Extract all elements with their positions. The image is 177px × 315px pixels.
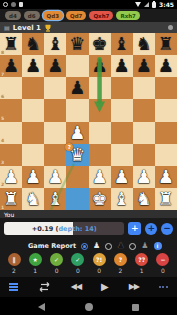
zoom-in-button[interactable]: + <box>145 223 157 235</box>
square-f5[interactable] <box>111 99 133 121</box>
white-bishop[interactable]: ♝ <box>114 190 130 208</box>
gray-pawn-icon: ♟ <box>141 242 148 250</box>
black-pawn[interactable]: ♟ <box>136 57 152 75</box>
square-g3[interactable] <box>133 144 155 166</box>
badge-good: ✓0 <box>49 253 65 274</box>
white-king[interactable]: ♚ <box>91 190 107 208</box>
square-c4[interactable] <box>44 122 66 144</box>
player-name: You <box>4 211 14 218</box>
chess-board: ♜8♞♝♛♚♝♞♜♟7♟♟♟♟♟♟6♟54♟3♛?♟2♟♟♟♟♟♟♜1♞♝♚♝♞… <box>0 33 177 210</box>
white-knight[interactable]: ♞ <box>136 190 152 208</box>
square-d2[interactable] <box>66 166 88 188</box>
badge-blunder: ??1 <box>134 253 150 274</box>
square-d4[interactable]: ♟ <box>66 122 88 144</box>
black-knight[interactable]: ♞ <box>25 35 41 53</box>
square-g8[interactable]: ♞ <box>133 33 155 55</box>
square-b8[interactable]: ♞ <box>22 33 44 55</box>
inaccuracy-count: 0 <box>97 267 101 274</box>
square-b1[interactable]: ♞ <box>22 188 44 210</box>
square-e1[interactable]: ♚ <box>89 188 111 210</box>
square-c6[interactable] <box>44 77 66 99</box>
square-b2[interactable]: ♟ <box>22 166 44 188</box>
black-pawn[interactable]: ♟ <box>47 57 63 75</box>
status-bar: 3:45 <box>0 0 177 9</box>
square-c3[interactable] <box>44 144 66 166</box>
white-pawn[interactable]: ♟ <box>3 168 19 186</box>
square-d1[interactable] <box>66 188 88 210</box>
rank-label: 1 <box>1 205 4 210</box>
square-c7[interactable]: ♟ <box>44 55 66 77</box>
notification-icon-2 <box>11 2 16 7</box>
quality-badges: ∥2★1✓0✓0?!0?2??1−0 <box>0 251 177 274</box>
square-h5[interactable] <box>155 99 177 121</box>
forward-icon[interactable]: ▶▶ <box>129 283 139 291</box>
black-queen[interactable]: ♛ <box>69 35 85 53</box>
white-pawn[interactable]: ♟ <box>114 168 130 186</box>
square-a1[interactable]: ♜1 <box>0 188 22 210</box>
battery-icon <box>152 2 156 8</box>
rewind-icon[interactable]: ◀◀ <box>71 283 81 291</box>
white-pawn[interactable]: ♟ <box>69 124 85 142</box>
square-e2[interactable]: ♟ <box>89 166 111 188</box>
black-king[interactable]: ♚ <box>91 35 107 53</box>
square-d7[interactable] <box>66 55 88 77</box>
blunder-count: 1 <box>140 267 144 274</box>
move-chip-Qd7[interactable]: Qd7 <box>66 11 86 20</box>
square-b7[interactable]: ♟ <box>22 55 44 77</box>
square-a3[interactable]: 3 <box>0 144 22 166</box>
move-chip-Qd3[interactable]: Qd3 <box>43 11 63 20</box>
white-rook[interactable]: ♜ <box>3 190 19 208</box>
player-bar: You <box>0 210 177 218</box>
square-a6[interactable]: 6 <box>0 77 22 99</box>
square-c8[interactable]: ♝ <box>44 33 66 55</box>
square-f2[interactable]: ♟ <box>111 166 133 188</box>
white-knight[interactable]: ♞ <box>25 190 41 208</box>
rank-label: 8 <box>1 50 4 55</box>
square-h4[interactable] <box>155 122 177 144</box>
square-h7[interactable]: ♟ <box>155 55 177 77</box>
square-e4[interactable] <box>89 122 111 144</box>
app-window: 3:45 d4d6Qd3Qd7Qxh7Rxh7 ▤ Level 1 ♜8♞♝♛♚… <box>0 0 177 315</box>
white-pawn[interactable]: ♟ <box>25 168 41 186</box>
black-rook[interactable]: ♜ <box>3 35 19 53</box>
play-icon[interactable]: ▶ <box>101 283 109 291</box>
square-b3[interactable] <box>22 144 44 166</box>
square-f7[interactable]: ♟ <box>111 55 133 77</box>
square-e5[interactable] <box>89 99 111 121</box>
square-c1[interactable]: ♝ <box>44 188 66 210</box>
black-pawn[interactable]: ♟ <box>69 79 85 97</box>
square-d6[interactable]: ♟ <box>66 77 88 99</box>
level-bar: ▤ Level 1 <box>0 22 177 33</box>
square-b6[interactable] <box>22 77 44 99</box>
home-icon[interactable] <box>85 303 93 311</box>
white-pawn[interactable]: ♟ <box>91 168 107 186</box>
good-icon: ✓ <box>50 253 63 266</box>
white-pawn-icon: ♟ <box>93 242 100 250</box>
black-pawn[interactable]: ♟ <box>25 57 41 75</box>
move-chip-Rxh7[interactable]: Rxh7 <box>116 11 140 20</box>
rank-label: 2 <box>1 182 4 187</box>
white-rook[interactable]: ♜ <box>158 190 174 208</box>
recents-icon[interactable] <box>132 304 139 311</box>
clock: 3:45 <box>159 1 174 8</box>
badge-book: ∥2 <box>6 253 22 274</box>
square-f4[interactable] <box>111 122 133 144</box>
square-a5[interactable]: 5 <box>0 99 22 121</box>
best-count: 0 <box>76 267 80 274</box>
filter-radio-both[interactable] <box>129 243 136 250</box>
badge-inaccuracy: ?!0 <box>91 253 107 274</box>
notification-icon <box>3 2 8 7</box>
good-count: 0 <box>55 267 59 274</box>
square-d8[interactable]: ♛ <box>66 33 88 55</box>
menu-icon[interactable] <box>9 283 18 291</box>
square-a8[interactable]: ♜8 <box>0 33 22 55</box>
great-count: 1 <box>33 267 37 274</box>
eval-bar: +0.19 (depth: 14) <box>4 222 124 235</box>
toolbar: ◀◀ ▶ ▶▶ <box>0 277 177 297</box>
move-annotation-badge: ? <box>65 143 73 151</box>
eval-text: +0.19 (depth: 14) <box>4 222 124 235</box>
square-g7[interactable]: ♟ <box>133 55 155 77</box>
square-g6[interactable] <box>133 77 155 99</box>
back-icon[interactable] <box>38 303 45 311</box>
white-pawn[interactable]: ♟ <box>158 168 174 186</box>
black-pawn[interactable]: ♟ <box>158 57 174 75</box>
square-e3[interactable] <box>89 144 111 166</box>
add-button[interactable]: + <box>128 222 141 235</box>
badge-best: ✓0 <box>70 253 86 274</box>
square-f3[interactable] <box>111 144 133 166</box>
game-report: Game Report ♟ ♟ ♟ i ∥2★1✓0✓0?!0?2??1−0 <box>0 239 177 277</box>
rank-label: 7 <box>1 72 4 77</box>
square-g1[interactable]: ♞ <box>133 188 155 210</box>
black-knight[interactable]: ♞ <box>136 35 152 53</box>
square-a7[interactable]: ♟7 <box>0 55 22 77</box>
square-c5[interactable] <box>44 99 66 121</box>
best-icon: ✓ <box>71 253 84 266</box>
square-f1[interactable]: ♝ <box>111 188 133 210</box>
window-icon: ▤ <box>4 25 10 31</box>
game-report-title: Game Report <box>28 242 76 250</box>
rank-label: 3 <box>1 160 4 165</box>
filter-radio-white[interactable] <box>81 243 88 250</box>
filter-radio-black[interactable] <box>105 243 112 250</box>
badge-missed: −0 <box>155 253 171 274</box>
rank-label: 4 <box>1 138 4 143</box>
badge-mistake: ?2 <box>112 253 128 274</box>
white-pawn[interactable]: ♟ <box>136 168 152 186</box>
zoom-out-button[interactable]: − <box>161 223 173 235</box>
black-pawn[interactable]: ♟ <box>91 57 107 75</box>
rank-label: 6 <box>1 94 4 99</box>
square-b5[interactable] <box>22 99 44 121</box>
signal-icon <box>144 2 149 7</box>
square-d5[interactable] <box>66 99 88 121</box>
square-e6[interactable] <box>89 77 111 99</box>
black-pawn[interactable]: ♟ <box>3 57 19 75</box>
move-list: d4d6Qd3Qd7Qxh7Rxh7 <box>0 9 177 22</box>
great-icon: ★ <box>29 253 42 266</box>
square-a2[interactable]: ♟2 <box>0 166 22 188</box>
square-g4[interactable] <box>133 122 155 144</box>
notification-file-icon <box>19 2 23 7</box>
black-bishop[interactable]: ♝ <box>47 35 63 53</box>
book-icon: ∥ <box>8 253 21 266</box>
square-a4[interactable]: 4 <box>0 122 22 144</box>
game-report-header: Game Report ♟ ♟ ♟ i <box>0 241 177 251</box>
square-h6[interactable] <box>155 77 177 99</box>
missed-count: 0 <box>161 267 165 274</box>
inaccuracy-icon: ?! <box>93 253 106 266</box>
evaluation-row: +0.19 (depth: 14) + + − <box>0 218 177 239</box>
black-pawn[interactable]: ♟ <box>114 57 130 75</box>
android-nav-bar <box>0 297 177 315</box>
white-bishop[interactable]: ♝ <box>47 190 63 208</box>
square-c2[interactable]: ♟ <box>44 166 66 188</box>
mistake-count: 2 <box>118 267 122 274</box>
book-count: 2 <box>12 267 16 274</box>
square-h3[interactable] <box>155 144 177 166</box>
square-f6[interactable] <box>111 77 133 99</box>
level-label: Level 1 <box>13 24 41 32</box>
black-rook[interactable]: ♜ <box>158 35 174 53</box>
square-g5[interactable] <box>133 99 155 121</box>
square-h8[interactable]: ♜ <box>155 33 177 55</box>
square-f8[interactable]: ♝ <box>111 33 133 55</box>
missed-icon: − <box>156 253 169 266</box>
square-h2[interactable]: ♟ <box>155 166 177 188</box>
black-bishop[interactable]: ♝ <box>114 35 130 53</box>
square-d3[interactable]: ♛? <box>66 144 88 166</box>
badge-great: ★1 <box>27 253 43 274</box>
blunder-icon: ?? <box>135 253 148 266</box>
move-chip-Qxh7[interactable]: Qxh7 <box>89 11 113 20</box>
info-icon[interactable]: i <box>154 242 162 250</box>
square-e8[interactable]: ♚ <box>89 33 111 55</box>
hint-dot-icon[interactable] <box>168 25 173 30</box>
rank-label: 5 <box>1 116 4 121</box>
black-pawn-icon: ♟ <box>117 242 124 250</box>
move-chip-d4[interactable]: d4 <box>5 11 21 20</box>
square-e7[interactable]: ♟ <box>89 55 111 77</box>
square-b4[interactable] <box>22 122 44 144</box>
wifi-icon <box>135 2 141 7</box>
flip-board-icon[interactable] <box>38 282 51 292</box>
white-pawn[interactable]: ♟ <box>47 168 63 186</box>
square-g2[interactable]: ♟ <box>133 166 155 188</box>
square-h1[interactable]: ♜ <box>155 188 177 210</box>
trophy-icon <box>44 24 52 32</box>
mistake-icon: ? <box>114 253 127 266</box>
overflow-menu-icon[interactable] <box>159 286 168 288</box>
move-chip-d6[interactable]: d6 <box>24 11 40 20</box>
